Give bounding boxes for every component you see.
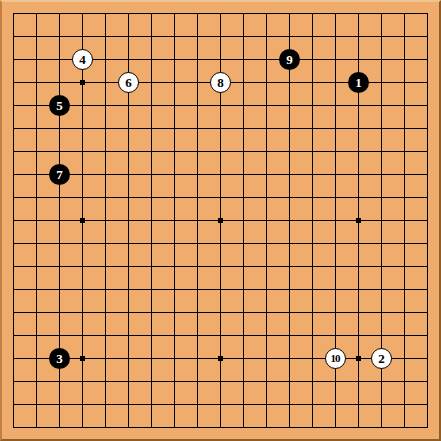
go-board: 12345678910 [2,2,439,439]
stone-black-9: 9 [279,49,300,70]
stone-white-4: 4 [72,49,93,70]
stone-white-10: 10 [325,348,346,369]
board-frame: 12345678910 [0,0,441,441]
stone-black-3: 3 [49,348,70,369]
stone-black-5: 5 [49,95,70,116]
stone-white-2: 2 [371,348,392,369]
stone-white-8: 8 [210,72,231,93]
stone-black-1: 1 [348,72,369,93]
stone-black-7: 7 [49,164,70,185]
stone-white-6: 6 [118,72,139,93]
